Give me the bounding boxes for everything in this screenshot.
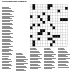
clue-text-line xyxy=(2,44,11,45)
puzzle-title: CROSSWORD PUZZLE xyxy=(2,1,26,4)
clue-column-bottom-1: DOWN xyxy=(30,47,42,69)
clue-text-line xyxy=(58,65,68,66)
clue-section-header: ACROSS xyxy=(2,5,14,7)
clue-text-line xyxy=(2,68,11,69)
clue-text-line xyxy=(2,21,10,22)
clue-text-line xyxy=(2,47,9,48)
crossword-grid xyxy=(30,4,68,46)
clue-text-line xyxy=(30,68,38,69)
clue-text-line xyxy=(2,14,12,15)
clue-text-line xyxy=(44,65,54,66)
clue-text-line xyxy=(30,52,40,53)
clue-text-line xyxy=(16,57,26,58)
clue-text-line xyxy=(2,65,12,66)
clue-text-line xyxy=(30,49,37,50)
crossword-grid-cells xyxy=(30,4,68,46)
clue-text-line xyxy=(2,34,10,35)
clue-text-line xyxy=(2,37,13,38)
clue-text-line xyxy=(16,54,23,55)
clue-text-line xyxy=(30,62,41,63)
clue-text-line xyxy=(2,11,14,12)
clue-column-bottom-3: DOWN xyxy=(58,47,70,68)
clue-text-line xyxy=(16,70,26,71)
clue-text-line xyxy=(2,24,13,25)
clue-text-line xyxy=(16,67,27,68)
clue-text-line xyxy=(44,49,51,50)
clue-column-bottom-2: DOWN xyxy=(44,47,56,69)
clue-text-line xyxy=(58,49,65,50)
clue-text-line xyxy=(58,52,68,53)
clue-text-line xyxy=(58,62,69,63)
clue-text-line xyxy=(58,67,69,68)
clue-text-line xyxy=(44,62,55,63)
clue-text-line xyxy=(30,65,40,66)
clue-text-line xyxy=(44,68,52,69)
cell-r15c15[interactable] xyxy=(65,43,68,46)
clue-column-left-primary: ACROSSDOWN xyxy=(2,5,14,70)
clue-column-left-secondary: DOWN xyxy=(16,52,28,72)
clue-text-line xyxy=(44,52,54,53)
crossword-page: CROSSWORD PUZZLE ACROSSDOWN DOWN DOWN DO… xyxy=(0,0,72,72)
